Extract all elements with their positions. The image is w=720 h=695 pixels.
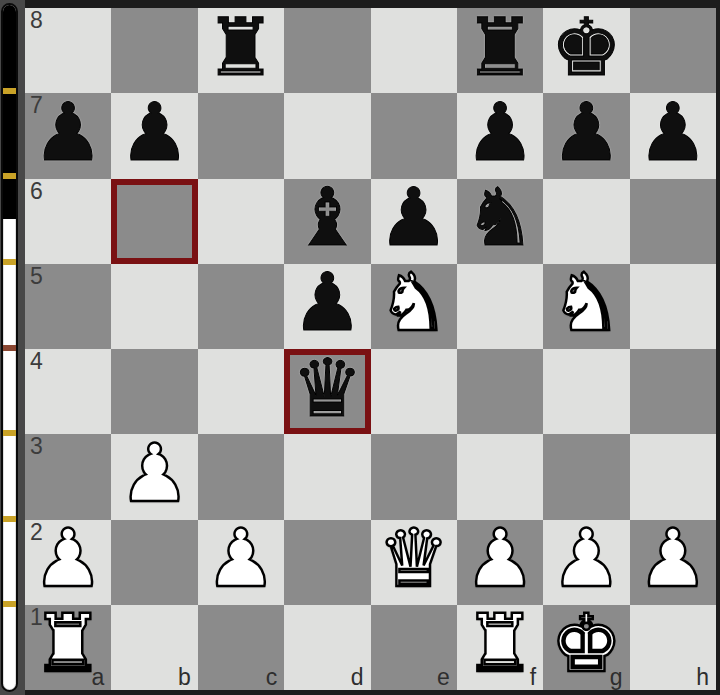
black-pawn-piece[interactable]: ♟ (32, 93, 104, 173)
square-f4[interactable] (457, 349, 543, 434)
black-pawn-piece[interactable]: ♟ (637, 93, 709, 173)
square-a3[interactable]: 3 (25, 434, 111, 519)
square-c1[interactable]: c (198, 605, 284, 690)
file-label-h: h (696, 666, 709, 689)
rank-label-8: 8 (30, 9, 43, 32)
black-pawn-piece[interactable]: ♟ (464, 93, 536, 173)
white-rook-piece[interactable]: ♜ (32, 604, 104, 684)
square-f6[interactable]: ♞ (457, 179, 543, 264)
square-c8[interactable]: ♜ (198, 8, 284, 93)
chess-app-screen: 8♜♜♚7♟♟♟♟♟6♝♟♞5♟♞♞4♛3♟2♟♟♛♟♟♟1a♜bcdef♜g♚… (0, 0, 720, 695)
eval-center-tick (3, 345, 16, 351)
square-e4[interactable] (371, 349, 457, 434)
eval-tick (3, 88, 16, 94)
square-h6[interactable] (630, 179, 716, 264)
black-bishop-piece[interactable]: ♝ (291, 178, 363, 258)
square-e1[interactable]: e (371, 605, 457, 690)
chess-board: 8♜♜♚7♟♟♟♟♟6♝♟♞5♟♞♞4♛3♟2♟♟♛♟♟♟1a♜bcdef♜g♚… (25, 8, 716, 690)
square-f8[interactable]: ♜ (457, 8, 543, 93)
file-label-c: c (266, 666, 278, 689)
white-rook-piece[interactable]: ♜ (464, 604, 536, 684)
square-h4[interactable] (630, 349, 716, 434)
square-g5[interactable]: ♞ (543, 264, 629, 349)
square-e8[interactable] (371, 8, 457, 93)
square-b8[interactable] (111, 8, 197, 93)
file-label-b: b (178, 666, 191, 689)
square-e2[interactable]: ♛ (371, 520, 457, 605)
white-pawn-piece[interactable]: ♟ (205, 519, 277, 599)
square-g3[interactable] (543, 434, 629, 519)
white-pawn-piece[interactable]: ♟ (464, 519, 536, 599)
square-g7[interactable]: ♟ (543, 93, 629, 178)
square-c5[interactable] (198, 264, 284, 349)
eval-tick (3, 259, 16, 265)
file-label-e: e (437, 666, 450, 689)
square-b1[interactable]: b (111, 605, 197, 690)
evaluation-bar (1, 3, 18, 692)
square-a1[interactable]: 1a♜ (25, 605, 111, 690)
square-h5[interactable] (630, 264, 716, 349)
white-queen-piece[interactable]: ♛ (378, 519, 450, 599)
square-a4[interactable]: 4 (25, 349, 111, 434)
white-knight-piece[interactable]: ♞ (551, 263, 623, 343)
black-rook-piece[interactable]: ♜ (464, 8, 536, 88)
square-d1[interactable]: d (284, 605, 370, 690)
eval-tick (3, 173, 16, 179)
square-d2[interactable] (284, 520, 370, 605)
square-f2[interactable]: ♟ (457, 520, 543, 605)
square-a8[interactable]: 8 (25, 8, 111, 93)
square-e3[interactable] (371, 434, 457, 519)
square-a7[interactable]: 7♟ (25, 93, 111, 178)
eval-tick (3, 601, 16, 607)
square-a5[interactable]: 5 (25, 264, 111, 349)
square-c7[interactable] (198, 93, 284, 178)
square-b7[interactable]: ♟ (111, 93, 197, 178)
square-h3[interactable] (630, 434, 716, 519)
square-f1[interactable]: f♜ (457, 605, 543, 690)
square-c6[interactable] (198, 179, 284, 264)
square-d8[interactable] (284, 8, 370, 93)
square-b3[interactable]: ♟ (111, 434, 197, 519)
rank-label-5: 5 (30, 265, 43, 288)
square-g1[interactable]: g♚ (543, 605, 629, 690)
black-king-piece[interactable]: ♚ (551, 8, 623, 88)
eval-tick (3, 516, 16, 522)
square-d7[interactable] (284, 93, 370, 178)
eval-tick (3, 430, 16, 436)
square-h2[interactable]: ♟ (630, 520, 716, 605)
white-pawn-piece[interactable]: ♟ (32, 519, 104, 599)
file-label-d: d (351, 666, 364, 689)
square-e7[interactable] (371, 93, 457, 178)
square-h8[interactable] (630, 8, 716, 93)
square-g2[interactable]: ♟ (543, 520, 629, 605)
black-rook-piece[interactable]: ♜ (205, 8, 277, 88)
square-a2[interactable]: 2♟ (25, 520, 111, 605)
black-pawn-piece[interactable]: ♟ (551, 93, 623, 173)
black-pawn-piece[interactable]: ♟ (378, 178, 450, 258)
square-d4[interactable]: ♛ (284, 349, 370, 434)
square-d5[interactable]: ♟ (284, 264, 370, 349)
black-knight-piece[interactable]: ♞ (464, 178, 536, 258)
rank-label-3: 3 (30, 435, 43, 458)
black-queen-piece[interactable]: ♛ (291, 349, 363, 429)
square-g4[interactable] (543, 349, 629, 434)
square-e6[interactable]: ♟ (371, 179, 457, 264)
rank-label-6: 6 (30, 180, 43, 203)
white-pawn-piece[interactable]: ♟ (551, 519, 623, 599)
eval-bar-gutter (0, 0, 25, 695)
square-h1[interactable]: h (630, 605, 716, 690)
white-pawn-piece[interactable]: ♟ (119, 434, 191, 514)
square-d6[interactable]: ♝ (284, 179, 370, 264)
black-pawn-piece[interactable]: ♟ (119, 93, 191, 173)
square-c4[interactable] (198, 349, 284, 434)
square-h7[interactable]: ♟ (630, 93, 716, 178)
eval-black-portion (3, 5, 16, 219)
rank-label-4: 4 (30, 350, 43, 373)
square-g8[interactable]: ♚ (543, 8, 629, 93)
square-g6[interactable] (543, 179, 629, 264)
square-b4[interactable] (111, 349, 197, 434)
square-d3[interactable] (284, 434, 370, 519)
square-a6[interactable]: 6 (25, 179, 111, 264)
square-f7[interactable]: ♟ (457, 93, 543, 178)
black-pawn-piece[interactable]: ♟ (291, 263, 363, 343)
square-f5[interactable] (457, 264, 543, 349)
white-knight-piece[interactable]: ♞ (378, 263, 450, 343)
square-e5[interactable]: ♞ (371, 264, 457, 349)
square-c2[interactable]: ♟ (198, 520, 284, 605)
white-king-piece[interactable]: ♚ (551, 604, 623, 684)
square-f3[interactable] (457, 434, 543, 519)
square-c3[interactable] (198, 434, 284, 519)
square-b6[interactable] (111, 179, 197, 264)
white-pawn-piece[interactable]: ♟ (637, 519, 709, 599)
square-b5[interactable] (111, 264, 197, 349)
square-b2[interactable] (111, 520, 197, 605)
